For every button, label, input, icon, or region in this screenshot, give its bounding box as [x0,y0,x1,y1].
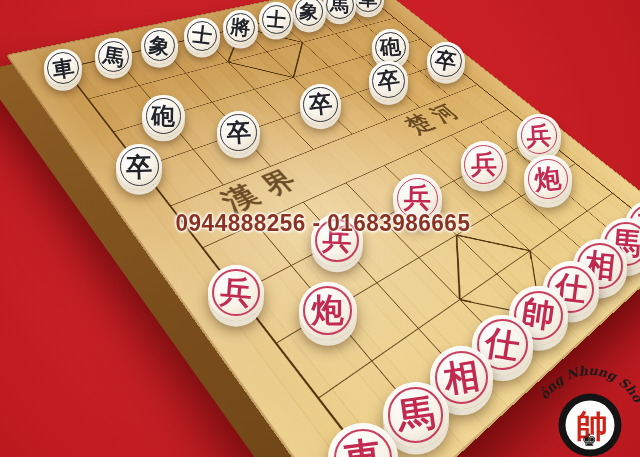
piece-black-soldier-f4r3[interactable]: 卒 [300,84,341,125]
piece-character: 象 [139,25,180,66]
piece-character: 砲 [142,94,185,137]
piece-character: 士 [257,0,294,37]
piece-character: 兵 [205,262,266,323]
piece-character: 車 [324,419,402,457]
piece-black-advisor-f3r0[interactable]: 士 [184,18,220,54]
piece-black-soldier-f2r3[interactable]: 卒 [217,111,261,155]
piece-red-chariot-f0r9[interactable]: 車 [328,423,398,457]
shop-logo: 帥 ♚ Hồng Nhung Shop [535,360,640,457]
piece-character: 卒 [425,39,468,82]
piece-character: 卒 [115,143,163,191]
piece-character: 卒 [298,82,343,127]
piece-black-advisor-f5r0[interactable]: 士 [259,2,294,37]
piece-black-cannon-f1r2[interactable]: 砲 [142,95,184,137]
piece-red-soldier-f8r6[interactable]: 兵 [517,114,561,158]
piece-character: 兵 [460,141,507,188]
piece-red-soldier-f6r6[interactable]: 兵 [461,141,507,187]
piece-black-elephant-f2r0[interactable]: 象 [141,28,178,65]
piece-character: 將 [221,8,260,47]
piece-red-soldier-f0r6[interactable]: 兵 [208,265,264,321]
piece-character: 士 [182,16,222,56]
piece-black-soldier-f6r3[interactable]: 卒 [369,61,408,100]
piece-character: 象 [291,0,327,30]
piece-black-chariot-f0r0[interactable]: 車 [44,49,82,87]
piece-black-general-f4r0[interactable]: 將 [223,10,258,45]
piece-character: 馬 [322,0,357,22]
piece-character: 兵 [516,113,562,159]
piece-black-soldier-f8r3[interactable]: 卒 [427,42,465,80]
product-photo-xiangqi: 漢界 楚河 車馬象士將士象馬車砲砲卒卒卒卒卒兵兵兵兵兵炮炮車馬相仕帥仕相馬車 0… [0,0,640,457]
piece-character: 卒 [215,109,262,156]
piece-character: 卒 [366,59,411,104]
piece-red-cannon-f1r7[interactable]: 炮 [299,282,357,340]
piece-character: 炮 [299,282,357,340]
logo-king-icon: ♚ [581,430,596,450]
phone-number-watermark: 0944888256 - 01683986665 [176,209,471,237]
piece-black-elephant-f6r0[interactable]: 象 [292,0,326,29]
piece-character: 炮 [522,153,574,205]
piece-red-cannon-f7r7[interactable]: 炮 [524,155,571,202]
piece-black-soldier-f0r3[interactable]: 卒 [116,144,162,190]
piece-black-horse-f1r0[interactable]: 馬 [95,38,133,76]
piece-character: 馬 [92,35,135,78]
piece-black-horse-f7r0[interactable]: 馬 [323,0,356,21]
shop-logo-badge: 帥 ♚ Hồng Nhung Shop [535,360,640,457]
piece-character: 車 [41,46,85,90]
